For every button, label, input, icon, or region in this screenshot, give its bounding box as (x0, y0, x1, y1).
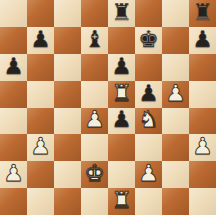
black-pawn-piece[interactable]: ♟ (30, 28, 51, 51)
chess-board: ♜♜♟♝♚♟♟♟♜♟♟♟♟♞♟♟♟♚♟♜ (0, 0, 216, 215)
square-a2[interactable]: ♟ (0, 161, 27, 188)
square-b2[interactable] (27, 161, 54, 188)
white-pawn-piece[interactable]: ♟ (84, 108, 105, 131)
square-f4[interactable]: ♞ (135, 108, 162, 135)
square-h1[interactable] (189, 188, 216, 215)
square-a1[interactable] (0, 188, 27, 215)
square-e6[interactable]: ♟ (108, 54, 135, 81)
square-c8[interactable] (54, 0, 81, 27)
white-pawn-piece[interactable]: ♟ (3, 162, 24, 185)
white-rook-piece[interactable]: ♜ (111, 82, 132, 105)
square-e1[interactable]: ♜ (108, 188, 135, 215)
white-knight-piece[interactable]: ♞ (138, 108, 159, 131)
square-b1[interactable] (27, 188, 54, 215)
square-a7[interactable] (0, 27, 27, 54)
square-g3[interactable] (162, 134, 189, 161)
square-a3[interactable] (0, 134, 27, 161)
white-pawn-piece[interactable]: ♟ (138, 162, 159, 185)
square-f7[interactable]: ♚ (135, 27, 162, 54)
square-c6[interactable] (54, 54, 81, 81)
square-a8[interactable] (0, 0, 27, 27)
square-e8[interactable]: ♜ (108, 0, 135, 27)
square-c4[interactable] (54, 108, 81, 135)
square-d6[interactable] (81, 54, 108, 81)
square-g6[interactable] (162, 54, 189, 81)
square-e3[interactable] (108, 134, 135, 161)
square-d8[interactable] (81, 0, 108, 27)
square-b8[interactable] (27, 0, 54, 27)
black-pawn-piece[interactable]: ♟ (138, 82, 159, 105)
square-d2[interactable]: ♚ (81, 161, 108, 188)
square-c5[interactable] (54, 81, 81, 108)
square-b3[interactable]: ♟ (27, 134, 54, 161)
square-f8[interactable] (135, 0, 162, 27)
square-c1[interactable] (54, 188, 81, 215)
square-e2[interactable] (108, 161, 135, 188)
square-g2[interactable] (162, 161, 189, 188)
white-pawn-piece[interactable]: ♟ (165, 82, 186, 105)
square-h3[interactable]: ♟ (189, 134, 216, 161)
square-d1[interactable] (81, 188, 108, 215)
black-pawn-piece[interactable]: ♟ (192, 28, 213, 51)
square-c7[interactable] (54, 27, 81, 54)
black-rook-piece[interactable]: ♜ (111, 1, 132, 24)
square-e5[interactable]: ♜ (108, 81, 135, 108)
square-h4[interactable] (189, 108, 216, 135)
square-b6[interactable] (27, 54, 54, 81)
square-g5[interactable]: ♟ (162, 81, 189, 108)
square-f5[interactable]: ♟ (135, 81, 162, 108)
white-pawn-piece[interactable]: ♟ (192, 135, 213, 158)
square-d5[interactable] (81, 81, 108, 108)
black-rook-piece[interactable]: ♜ (192, 1, 213, 24)
black-pawn-piece[interactable]: ♟ (111, 108, 132, 131)
square-f1[interactable] (135, 188, 162, 215)
square-g1[interactable] (162, 188, 189, 215)
white-rook-piece[interactable]: ♜ (111, 189, 132, 212)
square-c2[interactable] (54, 161, 81, 188)
square-h5[interactable] (189, 81, 216, 108)
black-king-piece[interactable]: ♚ (138, 28, 159, 51)
square-g7[interactable] (162, 27, 189, 54)
square-b5[interactable] (27, 81, 54, 108)
black-pawn-piece[interactable]: ♟ (111, 55, 132, 78)
square-h8[interactable]: ♜ (189, 0, 216, 27)
square-g4[interactable] (162, 108, 189, 135)
square-b7[interactable]: ♟ (27, 27, 54, 54)
square-a5[interactable] (0, 81, 27, 108)
square-d7[interactable]: ♝ (81, 27, 108, 54)
square-d4[interactable]: ♟ (81, 108, 108, 135)
square-c3[interactable] (54, 134, 81, 161)
square-g8[interactable] (162, 0, 189, 27)
square-h7[interactable]: ♟ (189, 27, 216, 54)
square-b4[interactable] (27, 108, 54, 135)
square-f6[interactable] (135, 54, 162, 81)
square-e4[interactable]: ♟ (108, 108, 135, 135)
square-e7[interactable] (108, 27, 135, 54)
square-d3[interactable] (81, 134, 108, 161)
square-a6[interactable]: ♟ (0, 54, 27, 81)
square-a4[interactable] (0, 108, 27, 135)
white-pawn-piece[interactable]: ♟ (30, 135, 51, 158)
square-f2[interactable]: ♟ (135, 161, 162, 188)
black-pawn-piece[interactable]: ♟ (3, 55, 24, 78)
square-h6[interactable] (189, 54, 216, 81)
square-h2[interactable] (189, 161, 216, 188)
black-bishop-piece[interactable]: ♝ (84, 28, 105, 51)
chess-board-wrapper: ♜♜♟♝♚♟♟♟♜♟♟♟♟♞♟♟♟♚♟♜ (0, 0, 216, 215)
square-f3[interactable] (135, 134, 162, 161)
white-king-piece[interactable]: ♚ (84, 162, 105, 185)
